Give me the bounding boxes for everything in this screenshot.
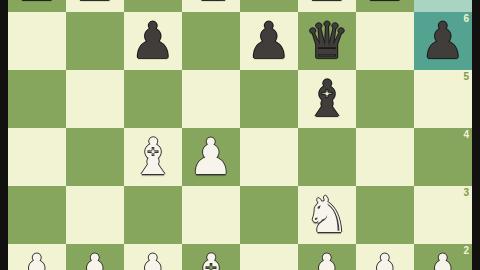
- black-pawn-g7: ♟: [356, 0, 414, 12]
- square-a6[interactable]: [8, 12, 66, 70]
- square-d3[interactable]: [182, 186, 240, 244]
- white-pawn-f2: ♟: [298, 244, 356, 270]
- white-bishop-c4: ♝: [124, 128, 182, 186]
- square-c5[interactable]: [124, 70, 182, 128]
- square-b2[interactable]: ♟: [66, 244, 124, 270]
- square-h3[interactable]: 3: [414, 186, 472, 244]
- square-b3[interactable]: [66, 186, 124, 244]
- square-c7[interactable]: [124, 0, 182, 12]
- black-pawn-a7: ♟: [8, 0, 66, 12]
- square-a4[interactable]: [8, 128, 66, 186]
- square-f7[interactable]: ♟: [298, 0, 356, 12]
- square-b6[interactable]: [66, 12, 124, 70]
- square-g2[interactable]: ♟: [356, 244, 414, 270]
- square-e3[interactable]: [240, 186, 298, 244]
- square-e5[interactable]: [240, 70, 298, 128]
- white-pawn-h2: ♟: [414, 244, 472, 270]
- square-e7[interactable]: [240, 0, 298, 12]
- square-h7[interactable]: 7: [414, 0, 472, 12]
- black-pawn-h6: ♟: [414, 12, 472, 70]
- square-f2[interactable]: ♟: [298, 244, 356, 270]
- square-a2[interactable]: ♟: [8, 244, 66, 270]
- video-frame: ♜♚♝♞♜8♟♟♞♟♟7♟♟♛♟6♝5♝♟4♞3♟♟♟♝♟♟♟2♜♞♛♚♜1: [0, 0, 480, 270]
- black-queen-f6: ♛: [298, 12, 356, 70]
- white-pawn-b2: ♟: [66, 244, 124, 270]
- square-f3[interactable]: ♞: [298, 186, 356, 244]
- square-d6[interactable]: [182, 12, 240, 70]
- square-b5[interactable]: [66, 70, 124, 128]
- rank-label-5: 5: [463, 71, 469, 82]
- left-letterbox-bar: [0, 0, 8, 270]
- black-bishop-f5: ♝: [298, 70, 356, 128]
- black-knight-d7: ♞: [182, 0, 240, 12]
- square-c2[interactable]: ♟: [124, 244, 182, 270]
- white-pawn-a2: ♟: [8, 244, 66, 270]
- square-e6[interactable]: ♟: [240, 12, 298, 70]
- square-d7[interactable]: ♞: [182, 0, 240, 12]
- rank-label-4: 4: [463, 129, 469, 140]
- square-b7[interactable]: ♟: [66, 0, 124, 12]
- black-pawn-f7: ♟: [298, 0, 356, 12]
- square-e4[interactable]: [240, 128, 298, 186]
- square-d5[interactable]: [182, 70, 240, 128]
- white-pawn-d4: ♟: [182, 128, 240, 186]
- square-h5[interactable]: 5: [414, 70, 472, 128]
- square-h6[interactable]: ♟6: [414, 12, 472, 70]
- square-g4[interactable]: [356, 128, 414, 186]
- square-d2[interactable]: ♝: [182, 244, 240, 270]
- white-pawn-c2: ♟: [124, 244, 182, 270]
- right-letterbox-bar: [472, 0, 480, 270]
- black-pawn-b7: ♟: [66, 0, 124, 12]
- square-f5[interactable]: ♝: [298, 70, 356, 128]
- square-h2[interactable]: ♟2: [414, 244, 472, 270]
- square-g3[interactable]: [356, 186, 414, 244]
- rank-label-3: 3: [463, 187, 469, 198]
- square-a5[interactable]: [8, 70, 66, 128]
- square-b4[interactable]: [66, 128, 124, 186]
- square-d4[interactable]: ♟: [182, 128, 240, 186]
- square-g6[interactable]: [356, 12, 414, 70]
- square-e2[interactable]: [240, 244, 298, 270]
- square-a7[interactable]: ♟: [8, 0, 66, 12]
- rank-label-6: 6: [463, 13, 469, 24]
- square-c4[interactable]: ♝: [124, 128, 182, 186]
- square-g5[interactable]: [356, 70, 414, 128]
- chess-board[interactable]: ♜♚♝♞♜8♟♟♞♟♟7♟♟♛♟6♝5♝♟4♞3♟♟♟♝♟♟♟2♜♞♛♚♜1: [8, 0, 472, 270]
- white-bishop-d2: ♝: [182, 244, 240, 270]
- white-knight-f3: ♞: [298, 186, 356, 244]
- white-pawn-g2: ♟: [356, 244, 414, 270]
- square-c6[interactable]: ♟: [124, 12, 182, 70]
- square-g7[interactable]: ♟: [356, 0, 414, 12]
- square-c3[interactable]: [124, 186, 182, 244]
- black-pawn-e6: ♟: [240, 12, 298, 70]
- square-f6[interactable]: ♛: [298, 12, 356, 70]
- black-pawn-c6: ♟: [124, 12, 182, 70]
- square-a3[interactable]: [8, 186, 66, 244]
- square-h4[interactable]: 4: [414, 128, 472, 186]
- square-f4[interactable]: [298, 128, 356, 186]
- rank-label-2: 2: [463, 245, 469, 256]
